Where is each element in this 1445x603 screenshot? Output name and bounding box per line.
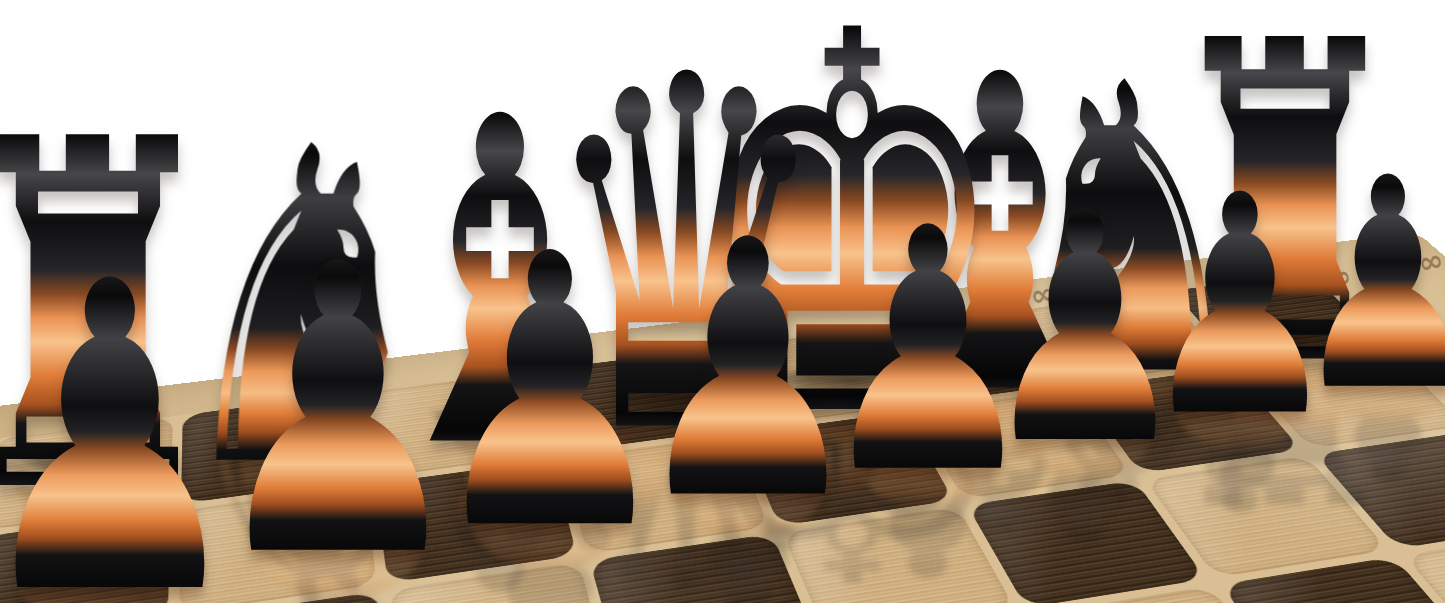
pawn-glyph: ♟ xyxy=(0,228,251,603)
piece-pawn-pawn-1: ♟ xyxy=(110,568,392,603)
chess-set-product-photo: ∞∞∞∞ ♜♞♝♛♚♝♞♜♟♟♟♟♟♟♟♟ ♜♞♝♛♚♝♞♜♟♟♟♟♟♟♟♟ xyxy=(0,0,1445,603)
